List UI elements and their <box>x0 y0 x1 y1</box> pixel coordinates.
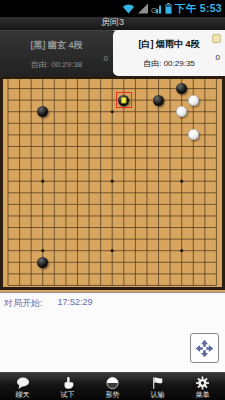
stone-black <box>176 83 187 94</box>
chat-bubble-icon <box>15 376 31 390</box>
half-stone-icon <box>105 376 120 390</box>
player-black-name: [黑] 幽玄 4段 <box>0 39 113 52</box>
toolbar-label: 认输 <box>151 391 165 398</box>
status-bar: G 下午 5:53 <box>0 0 225 17</box>
toolbar-item-menu[interactable]: 菜单 <box>180 373 225 400</box>
toolbar-item-resign[interactable]: 认输 <box>135 373 180 400</box>
stones-grid <box>2 71 222 291</box>
toolbar-label: 菜单 <box>196 391 210 398</box>
game-start-line: 对局开始: 17:52:29 <box>0 293 225 310</box>
toolbar-item-trymove[interactable]: 试下 <box>45 373 90 400</box>
white-flag-icon <box>150 376 165 390</box>
stone-white <box>188 95 199 106</box>
room-title: 房间3 <box>100 16 125 31</box>
player-black-panel: [黑] 幽玄 4段 自由: 00:29:38 0 <box>0 30 113 76</box>
stone-black <box>118 95 129 106</box>
toolbar-label: 聊天 <box>16 391 30 398</box>
stone-white <box>188 129 199 140</box>
four-arrows-icon <box>194 338 215 359</box>
toolbar-label: 试下 <box>61 391 75 398</box>
game-start-label: 对局开始: <box>4 297 43 310</box>
toolbar-item-estimate[interactable]: 形势 <box>90 373 135 400</box>
time-remaining: 00:29:38 <box>51 60 82 69</box>
player-white-panel: [白] 烟雨中 4段 自由: 00:29:35 0 <box>113 30 225 76</box>
pointing-hand-icon <box>60 376 76 390</box>
screen: G 下午 5:53 房间3 [黑] 幽玄 4段 自由: 00:29:38 0 [… <box>0 0 225 400</box>
network-type-icon: G <box>151 3 162 14</box>
player-black-captures: 0 <box>104 54 108 63</box>
info-panel: 对局开始: 17:52:29 <box>0 292 225 372</box>
player-white-name: [白] 烟雨中 4段 <box>113 38 225 51</box>
toolbar-label: 形势 <box>106 391 120 398</box>
stone-black <box>37 257 48 268</box>
signal-strength-icon <box>138 3 148 14</box>
player-black-clock: 自由: 00:29:38 <box>0 59 113 70</box>
go-board[interactable] <box>0 76 225 292</box>
time-system-label: 自由: <box>143 59 161 68</box>
player-white-captures: 0 <box>216 53 220 62</box>
wifi-icon <box>122 3 135 14</box>
badge-icon <box>212 34 221 43</box>
time-remaining: 00:29:35 <box>164 59 195 68</box>
pan-control-button[interactable] <box>190 333 219 363</box>
players-panel: [黑] 幽玄 4段 自由: 00:29:38 0 [白] 烟雨中 4段 自由: … <box>0 30 225 76</box>
stone-black <box>37 106 48 117</box>
battery-icon <box>165 3 172 14</box>
svg-text:G: G <box>151 6 157 14</box>
status-time: 下午 5:53 <box>175 2 222 16</box>
title-bar: 房间3 <box>0 17 225 30</box>
gear-icon <box>195 376 210 390</box>
bottom-toolbar: 聊天 试下 形势 认输 <box>0 372 225 400</box>
time-system-label: 自由: <box>31 60 49 69</box>
player-white-clock: 自由: 00:29:35 <box>113 58 225 69</box>
game-start-time: 17:52:29 <box>58 297 93 310</box>
toolbar-item-chat[interactable]: 聊天 <box>0 373 45 400</box>
stone-black <box>153 95 164 106</box>
stone-white <box>176 106 187 117</box>
